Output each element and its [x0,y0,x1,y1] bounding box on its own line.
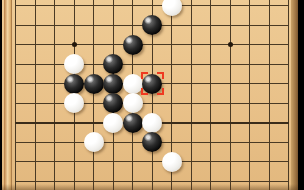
black-stone[interactable] [103,54,123,74]
white-stone[interactable] [84,132,104,152]
white-stone[interactable] [103,113,123,133]
white-stone[interactable] [64,54,84,74]
grid-line-horizontal [15,64,289,65]
last-move-marker [141,72,164,95]
board-bottom-shadow [2,184,298,190]
video-frame [0,0,304,190]
grid-line-horizontal [15,5,289,6]
marker-corner [141,72,148,79]
black-stone[interactable] [103,74,123,94]
board-left-edge [4,0,12,190]
black-stone[interactable] [84,74,104,94]
marker-corner [141,88,148,95]
grid-line-horizontal [15,103,289,104]
black-stone[interactable] [64,74,84,94]
white-stone[interactable] [123,93,143,113]
black-stone[interactable] [103,93,123,113]
white-stone[interactable] [64,93,84,113]
marker-corner [157,72,164,79]
marker-corner [157,88,164,95]
black-stone[interactable] [142,132,162,152]
white-stone[interactable] [142,113,162,133]
white-stone[interactable] [162,152,182,172]
grid-line-horizontal [15,44,289,45]
black-stone[interactable] [142,15,162,35]
grid-line-horizontal [15,181,289,182]
star-point [228,42,233,47]
letterbox-bar-right [298,0,304,190]
black-stone[interactable] [123,35,143,55]
star-point [72,42,77,47]
black-stone[interactable] [123,113,143,133]
white-stone[interactable] [123,74,143,94]
letterbox-bar-left [0,0,2,190]
white-stone[interactable] [162,0,182,16]
grid-line-horizontal [15,161,289,162]
